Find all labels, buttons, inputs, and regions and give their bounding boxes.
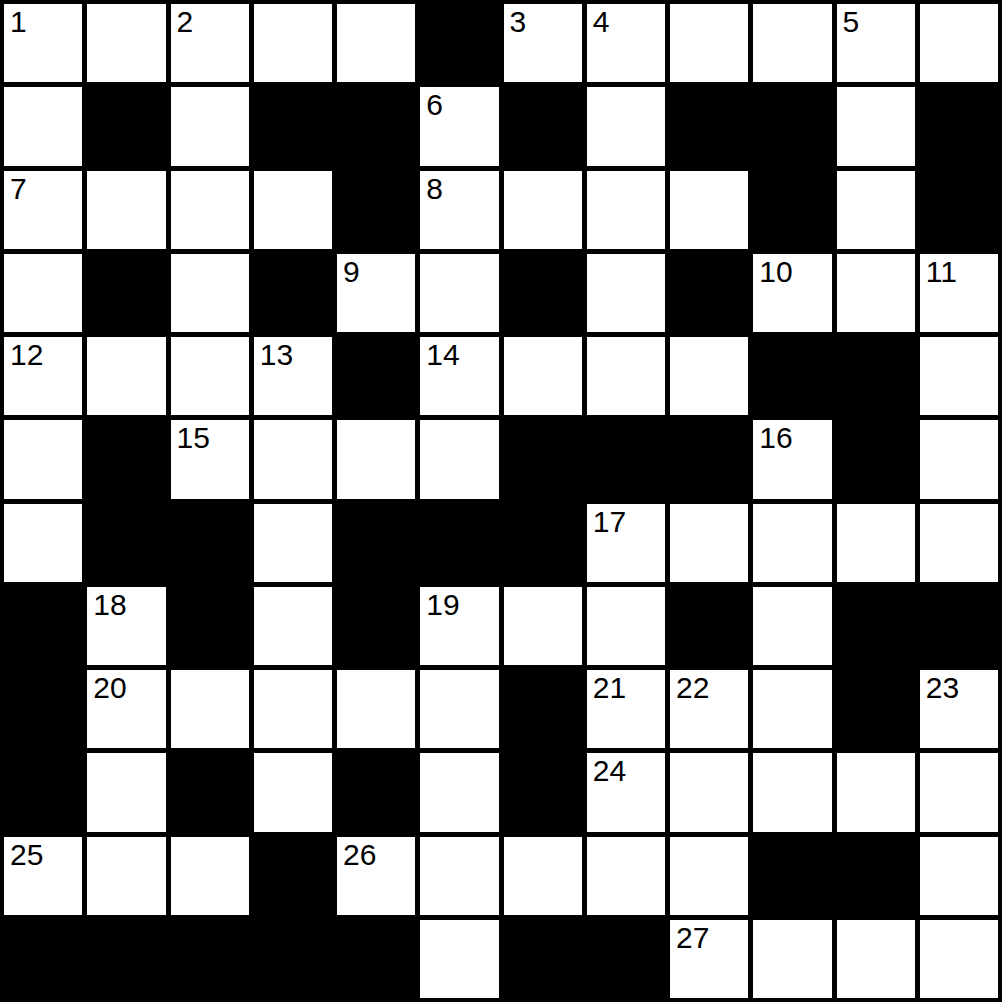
clue-number-7: 7 xyxy=(10,172,27,205)
block-cell-r7c10 xyxy=(837,587,915,665)
block-cell-r0c5 xyxy=(420,4,498,82)
clue-number-1: 1 xyxy=(10,5,27,38)
letter-cell-r2c3[interactable] xyxy=(254,171,332,249)
block-cell-r9c4 xyxy=(337,753,415,831)
letter-cell-r8c2[interactable] xyxy=(171,670,249,748)
block-cell-r8c6 xyxy=(504,670,582,748)
letter-cell-r5c4[interactable] xyxy=(337,420,415,498)
block-cell-r2c4 xyxy=(337,171,415,249)
block-cell-r11c3 xyxy=(254,920,332,998)
letter-cell-r1c0[interactable] xyxy=(4,87,82,165)
block-cell-r7c11 xyxy=(920,587,998,665)
block-cell-r6c2 xyxy=(171,504,249,582)
clue-number-18: 18 xyxy=(93,588,126,621)
letter-cell-r10c8[interactable] xyxy=(670,837,748,915)
letter-cell-r2c1[interactable] xyxy=(87,171,165,249)
letter-cell-r7c1[interactable]: 18 xyxy=(87,587,165,665)
clue-number-21: 21 xyxy=(593,671,626,704)
block-cell-r1c11 xyxy=(920,87,998,165)
letter-cell-r8c7[interactable]: 21 xyxy=(587,670,665,748)
clue-number-10: 10 xyxy=(759,255,792,288)
letter-cell-r11c8[interactable]: 27 xyxy=(670,920,748,998)
clue-number-14: 14 xyxy=(426,338,459,371)
letter-cell-r11c5[interactable] xyxy=(420,920,498,998)
block-cell-r4c10 xyxy=(837,337,915,415)
letter-cell-r8c9[interactable] xyxy=(753,670,831,748)
block-cell-r3c1 xyxy=(87,254,165,332)
letter-cell-r2c10[interactable] xyxy=(837,171,915,249)
letter-cell-r4c0[interactable]: 12 xyxy=(4,337,82,415)
letter-cell-r0c11[interactable] xyxy=(920,4,998,82)
clue-number-15: 15 xyxy=(177,421,210,454)
crossword-grid: 1234567891011121314151617181920212223242… xyxy=(0,0,1002,1002)
letter-cell-r2c6[interactable] xyxy=(504,171,582,249)
letter-cell-r9c3[interactable] xyxy=(254,753,332,831)
letter-cell-r10c5[interactable] xyxy=(420,837,498,915)
letter-cell-r4c5[interactable]: 14 xyxy=(420,337,498,415)
block-cell-r4c9 xyxy=(753,337,831,415)
letter-cell-r11c9[interactable] xyxy=(753,920,831,998)
letter-cell-r4c2[interactable] xyxy=(171,337,249,415)
clue-number-11: 11 xyxy=(926,255,957,288)
clue-number-27: 27 xyxy=(676,921,709,954)
block-cell-r8c0 xyxy=(4,670,82,748)
letter-cell-r4c6[interactable] xyxy=(504,337,582,415)
block-cell-r3c3 xyxy=(254,254,332,332)
block-cell-r3c8 xyxy=(670,254,748,332)
letter-cell-r9c9[interactable] xyxy=(753,753,831,831)
block-cell-r7c4 xyxy=(337,587,415,665)
letter-cell-r3c5[interactable] xyxy=(420,254,498,332)
letter-cell-r11c10[interactable] xyxy=(837,920,915,998)
block-cell-r10c9 xyxy=(753,837,831,915)
letter-cell-r5c2[interactable]: 15 xyxy=(171,420,249,498)
letter-cell-r3c2[interactable] xyxy=(171,254,249,332)
clue-number-9: 9 xyxy=(343,255,360,288)
block-cell-r2c11 xyxy=(920,171,998,249)
letter-cell-r6c9[interactable] xyxy=(753,504,831,582)
clue-number-4: 4 xyxy=(593,5,610,38)
block-cell-r5c1 xyxy=(87,420,165,498)
letter-cell-r5c3[interactable] xyxy=(254,420,332,498)
letter-cell-r1c10[interactable] xyxy=(837,87,915,165)
letter-cell-r3c11[interactable]: 11 xyxy=(920,254,998,332)
letter-cell-r8c11[interactable]: 23 xyxy=(920,670,998,748)
block-cell-r11c6 xyxy=(504,920,582,998)
letter-cell-r4c11[interactable] xyxy=(920,337,998,415)
block-cell-r7c0 xyxy=(4,587,82,665)
block-cell-r11c1 xyxy=(87,920,165,998)
block-cell-r5c10 xyxy=(837,420,915,498)
block-cell-r11c2 xyxy=(171,920,249,998)
clue-number-20: 20 xyxy=(93,671,126,704)
block-cell-r6c1 xyxy=(87,504,165,582)
clue-number-2: 2 xyxy=(177,5,194,38)
letter-cell-r8c5[interactable] xyxy=(420,670,498,748)
letter-cell-r2c5[interactable]: 8 xyxy=(420,171,498,249)
block-cell-r2c9 xyxy=(753,171,831,249)
letter-cell-r0c9[interactable] xyxy=(753,4,831,82)
block-cell-r6c6 xyxy=(504,504,582,582)
block-cell-r5c8 xyxy=(670,420,748,498)
clue-number-12: 12 xyxy=(10,338,43,371)
clue-number-13: 13 xyxy=(260,338,293,371)
letter-cell-r4c7[interactable] xyxy=(587,337,665,415)
block-cell-r3c6 xyxy=(504,254,582,332)
letter-cell-r3c4[interactable]: 9 xyxy=(337,254,415,332)
letter-cell-r6c0[interactable] xyxy=(4,504,82,582)
clue-number-3: 3 xyxy=(510,5,527,38)
letter-cell-r6c10[interactable] xyxy=(837,504,915,582)
letter-cell-r0c0[interactable]: 1 xyxy=(4,4,82,82)
letter-cell-r4c3[interactable]: 13 xyxy=(254,337,332,415)
letter-cell-r0c7[interactable]: 4 xyxy=(587,4,665,82)
letter-cell-r5c9[interactable]: 16 xyxy=(753,420,831,498)
letter-cell-r5c5[interactable] xyxy=(420,420,498,498)
letter-cell-r0c8[interactable] xyxy=(670,4,748,82)
block-cell-r6c4 xyxy=(337,504,415,582)
clue-number-16: 16 xyxy=(759,421,792,454)
block-cell-r8c10 xyxy=(837,670,915,748)
letter-cell-r3c9[interactable]: 10 xyxy=(753,254,831,332)
block-cell-r11c4 xyxy=(337,920,415,998)
block-cell-r1c1 xyxy=(87,87,165,165)
letter-cell-r4c8[interactable] xyxy=(670,337,748,415)
letter-cell-r8c1[interactable]: 20 xyxy=(87,670,165,748)
letter-cell-r3c10[interactable] xyxy=(837,254,915,332)
letter-cell-r10c0[interactable]: 25 xyxy=(4,837,82,915)
letter-cell-r2c8[interactable] xyxy=(670,171,748,249)
letter-cell-r7c7[interactable] xyxy=(587,587,665,665)
letter-cell-r10c4[interactable]: 26 xyxy=(337,837,415,915)
letter-cell-r9c11[interactable] xyxy=(920,753,998,831)
clue-number-24: 24 xyxy=(593,754,626,787)
letter-cell-r0c3[interactable] xyxy=(254,4,332,82)
block-cell-r7c8 xyxy=(670,587,748,665)
letter-cell-r6c3[interactable] xyxy=(254,504,332,582)
clue-number-17: 17 xyxy=(593,505,626,538)
block-cell-r1c3 xyxy=(254,87,332,165)
letter-cell-r9c8[interactable] xyxy=(670,753,748,831)
letter-cell-r5c11[interactable] xyxy=(920,420,998,498)
letter-cell-r7c9[interactable] xyxy=(753,587,831,665)
block-cell-r7c2 xyxy=(171,587,249,665)
clue-number-19: 19 xyxy=(426,588,459,621)
clue-number-22: 22 xyxy=(676,671,709,704)
block-cell-r6c5 xyxy=(420,504,498,582)
letter-cell-r9c7[interactable]: 24 xyxy=(587,753,665,831)
letter-cell-r10c1[interactable] xyxy=(87,837,165,915)
letter-cell-r8c3[interactable] xyxy=(254,670,332,748)
block-cell-r10c3 xyxy=(254,837,332,915)
letter-cell-r3c0[interactable] xyxy=(4,254,82,332)
letter-cell-r1c7[interactable] xyxy=(587,87,665,165)
letter-cell-r7c5[interactable]: 19 xyxy=(420,587,498,665)
letter-cell-r10c7[interactable] xyxy=(587,837,665,915)
block-cell-r5c7 xyxy=(587,420,665,498)
letter-cell-r6c11[interactable] xyxy=(920,504,998,582)
block-cell-r1c6 xyxy=(504,87,582,165)
letter-cell-r0c6[interactable]: 3 xyxy=(504,4,582,82)
block-cell-r11c7 xyxy=(587,920,665,998)
clue-number-23: 23 xyxy=(926,671,959,704)
block-cell-r1c4 xyxy=(337,87,415,165)
block-cell-r1c8 xyxy=(670,87,748,165)
letter-cell-r10c2[interactable] xyxy=(171,837,249,915)
letter-cell-r1c5[interactable]: 6 xyxy=(420,87,498,165)
letter-cell-r1c2[interactable] xyxy=(171,87,249,165)
letter-cell-r8c8[interactable]: 22 xyxy=(670,670,748,748)
letter-cell-r2c2[interactable] xyxy=(171,171,249,249)
letter-cell-r10c11[interactable] xyxy=(920,837,998,915)
letter-cell-r5c0[interactable] xyxy=(4,420,82,498)
letter-cell-r0c2[interactable]: 2 xyxy=(171,4,249,82)
letter-cell-r9c5[interactable] xyxy=(420,753,498,831)
clue-number-26: 26 xyxy=(343,838,376,871)
clue-number-5: 5 xyxy=(843,5,860,38)
letter-cell-r0c4[interactable] xyxy=(337,4,415,82)
block-cell-r10c10 xyxy=(837,837,915,915)
clue-number-6: 6 xyxy=(426,88,443,121)
letter-cell-r0c1[interactable] xyxy=(87,4,165,82)
letter-cell-r7c3[interactable] xyxy=(254,587,332,665)
letter-cell-r10c6[interactable] xyxy=(504,837,582,915)
letter-cell-r6c8[interactable] xyxy=(670,504,748,582)
letter-cell-r3c7[interactable] xyxy=(587,254,665,332)
clue-number-25: 25 xyxy=(10,838,43,871)
letter-cell-r7c6[interactable] xyxy=(504,587,582,665)
clue-number-8: 8 xyxy=(426,172,443,205)
letter-cell-r0c10[interactable]: 5 xyxy=(837,4,915,82)
letter-cell-r8c4[interactable] xyxy=(337,670,415,748)
letter-cell-r2c0[interactable]: 7 xyxy=(4,171,82,249)
block-cell-r5c6 xyxy=(504,420,582,498)
letter-cell-r11c11[interactable] xyxy=(920,920,998,998)
letter-cell-r2c7[interactable] xyxy=(587,171,665,249)
block-cell-r1c9 xyxy=(753,87,831,165)
block-cell-r11c0 xyxy=(4,920,82,998)
letter-cell-r9c10[interactable] xyxy=(837,753,915,831)
block-cell-r9c0 xyxy=(4,753,82,831)
block-cell-r9c2 xyxy=(171,753,249,831)
letter-cell-r4c1[interactable] xyxy=(87,337,165,415)
letter-cell-r6c7[interactable]: 17 xyxy=(587,504,665,582)
block-cell-r9c6 xyxy=(504,753,582,831)
block-cell-r4c4 xyxy=(337,337,415,415)
letter-cell-r9c1[interactable] xyxy=(87,753,165,831)
